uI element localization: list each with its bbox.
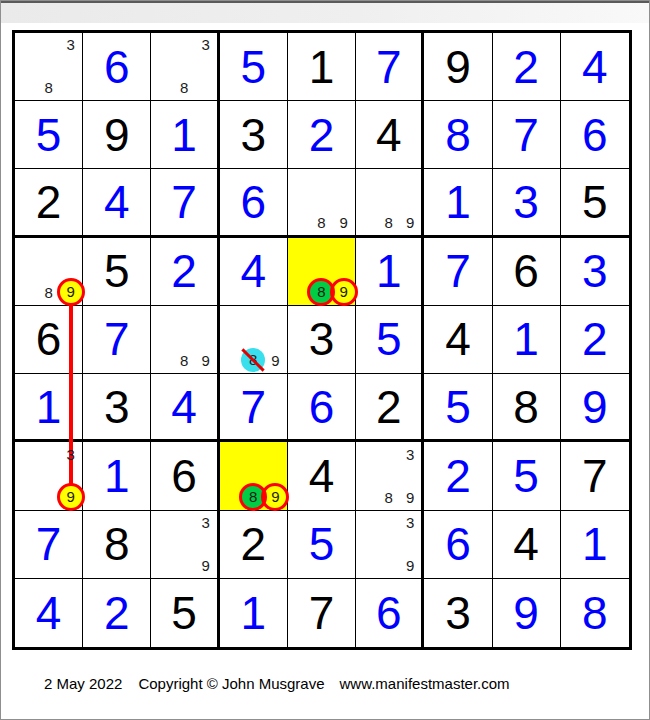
solved-digit: 6 <box>288 374 355 439</box>
given-digit: 1 <box>288 33 355 100</box>
cell-r7c3[interactable]: 6 <box>151 442 219 510</box>
candidate-9: 9 <box>201 557 209 572</box>
cell-r9c7[interactable]: 3 <box>424 579 492 647</box>
cell-r1c4[interactable]: 5 <box>220 33 288 101</box>
given-digit: 2 <box>220 511 287 578</box>
cell-r6c7[interactable]: 5 <box>424 374 492 442</box>
cell-r5c3[interactable]: 89 <box>151 306 219 374</box>
cell-r4c6[interactable]: 1 <box>356 238 424 306</box>
solved-digit: 1 <box>561 511 629 578</box>
given-digit: 3 <box>288 306 355 373</box>
solved-digit: 5 <box>220 33 287 100</box>
candidate-3: 3 <box>67 446 75 461</box>
cell-r6c3[interactable]: 4 <box>151 374 219 442</box>
cell-r1c6[interactable]: 7 <box>356 33 424 101</box>
solved-digit: 7 <box>220 374 287 439</box>
cell-r7c2[interactable]: 1 <box>83 442 151 510</box>
cell-r9c9[interactable]: 8 <box>561 579 629 647</box>
candidate-8: 8 <box>180 80 188 95</box>
cell-r7c9[interactable]: 7 <box>561 442 629 510</box>
cell-r8c1[interactable]: 7 <box>15 511 83 579</box>
cell-r5c8[interactable]: 1 <box>493 306 561 374</box>
given-digit: 4 <box>424 306 491 373</box>
cell-r6c8[interactable]: 8 <box>493 374 561 442</box>
given-digit: 9 <box>83 101 150 168</box>
candidate-9-ring-yellow: 9 <box>57 483 85 511</box>
given-digit: 3 <box>220 101 287 168</box>
cell-r2c8[interactable]: 7 <box>493 101 561 169</box>
candidate-3: 3 <box>406 446 414 461</box>
solved-digit: 2 <box>83 579 150 647</box>
given-digit: 4 <box>288 442 355 509</box>
footer-copyright: Copyright © John Musgrave <box>138 675 324 692</box>
cell-r2c4[interactable]: 3 <box>220 101 288 169</box>
candidate-9: 9 <box>406 557 414 572</box>
solved-digit: 5 <box>356 306 421 373</box>
cell-r8c6[interactable]: 39 <box>356 511 424 579</box>
cell-r5c6[interactable]: 5 <box>356 306 424 374</box>
cell-r3c5[interactable]: 89 <box>288 169 356 237</box>
cell-r9c4[interactable]: 1 <box>220 579 288 647</box>
solved-digit: 7 <box>356 33 421 100</box>
given-digit: 7 <box>288 579 355 647</box>
solved-digit: 5 <box>15 101 82 168</box>
solved-digit: 2 <box>561 306 629 373</box>
cell-r5c5[interactable]: 3 <box>288 306 356 374</box>
candidate-8: 8 <box>180 353 188 368</box>
solved-digit: 6 <box>561 101 629 168</box>
cell-r2c7[interactable]: 8 <box>424 101 492 169</box>
candidate-8: 8 <box>385 489 393 504</box>
cell-r8c7[interactable]: 6 <box>424 511 492 579</box>
cell-r4c8[interactable]: 6 <box>493 238 561 306</box>
cell-r8c4[interactable]: 2 <box>220 511 288 579</box>
candidate-3: 3 <box>67 37 75 52</box>
cell-r5c2[interactable]: 7 <box>83 306 151 374</box>
cell-r1c7[interactable]: 9 <box>424 33 492 101</box>
cell-r1c8[interactable]: 2 <box>493 33 561 101</box>
cell-r8c3[interactable]: 39 <box>151 511 219 579</box>
cell-r3c3[interactable]: 7 <box>151 169 219 237</box>
solved-digit: 9 <box>493 579 560 647</box>
given-digit: 2 <box>15 169 82 234</box>
candidate-9: 9 <box>271 353 279 368</box>
solved-digit: 7 <box>15 511 82 578</box>
cell-r2c1[interactable]: 5 <box>15 101 83 169</box>
cell-r4c4[interactable]: 4 <box>220 238 288 306</box>
given-digit: 8 <box>493 374 560 439</box>
solved-digit: 2 <box>288 101 355 168</box>
cell-r6c9[interactable]: 9 <box>561 374 629 442</box>
cell-r8c5[interactable]: 5 <box>288 511 356 579</box>
given-digit: 7 <box>561 442 629 509</box>
cell-r3c8[interactable]: 3 <box>493 169 561 237</box>
candidate-8: 8 <box>44 285 52 300</box>
solved-digit: 7 <box>83 306 150 373</box>
footer-website[interactable]: www.manifestmaster.com <box>340 675 510 692</box>
cell-r1c5[interactable]: 1 <box>288 33 356 101</box>
cell-r9c8[interactable]: 9 <box>493 579 561 647</box>
candidate-9: 9 <box>340 215 348 230</box>
cell-r8c2[interactable]: 8 <box>83 511 151 579</box>
candidate-9: 9 <box>406 489 414 504</box>
given-digit: 3 <box>83 374 150 439</box>
candidate-8-cyan: 8 <box>241 348 265 372</box>
solved-digit: 1 <box>424 169 491 234</box>
cell-r2c6[interactable]: 4 <box>356 101 424 169</box>
cell-r6c4[interactable]: 7 <box>220 374 288 442</box>
solved-digit: 5 <box>493 442 560 509</box>
cell-r6c5[interactable]: 6 <box>288 374 356 442</box>
cell-r6c6[interactable]: 2 <box>356 374 424 442</box>
solved-digit: 1 <box>220 579 287 647</box>
given-digit: 6 <box>151 442 216 509</box>
cell-r3c2[interactable]: 4 <box>83 169 151 237</box>
cell-r4c1[interactable]: 89 <box>15 238 83 306</box>
solved-digit: 4 <box>15 579 82 647</box>
cell-r7c7[interactable]: 2 <box>424 442 492 510</box>
solved-digit: 6 <box>83 33 150 100</box>
solved-digit: 3 <box>493 169 560 234</box>
page: 3863851792459132487624768989135895248917… <box>0 0 650 720</box>
solved-digit: 6 <box>424 511 491 578</box>
cell-r1c2[interactable]: 6 <box>83 33 151 101</box>
given-digit: 3 <box>424 579 491 647</box>
cell-r3c9[interactable]: 5 <box>561 169 629 237</box>
cell-r3c7[interactable]: 1 <box>424 169 492 237</box>
candidate-9-ring-yellow: 9 <box>57 278 85 306</box>
cell-r2c5[interactable]: 2 <box>288 101 356 169</box>
cell-r4c3[interactable]: 2 <box>151 238 219 306</box>
candidate-3: 3 <box>201 37 209 52</box>
cell-r4c2[interactable]: 5 <box>83 238 151 306</box>
given-digit: 5 <box>83 238 150 305</box>
solved-digit: 8 <box>561 579 629 647</box>
sudoku-board: 3863851792459132487624768989135895248917… <box>12 30 632 650</box>
candidate-9: 9 <box>406 215 414 230</box>
solved-digit: 5 <box>288 511 355 578</box>
cell-r3c1[interactable]: 2 <box>15 169 83 237</box>
solved-digit: 7 <box>493 101 560 168</box>
solved-digit: 4 <box>561 33 629 100</box>
solved-digit: 2 <box>493 33 560 100</box>
given-digit: 8 <box>83 511 150 578</box>
cell-r1c1[interactable]: 38 <box>15 33 83 101</box>
cell-r9c6[interactable]: 6 <box>356 579 424 647</box>
cell-r2c2[interactable]: 9 <box>83 101 151 169</box>
cell-r4c7[interactable]: 7 <box>424 238 492 306</box>
cell-r2c9[interactable]: 6 <box>561 101 629 169</box>
solved-digit: 1 <box>493 306 560 373</box>
cell-r5c7[interactable]: 4 <box>424 306 492 374</box>
cell-r8c9[interactable]: 1 <box>561 511 629 579</box>
solved-digit: 4 <box>83 169 150 234</box>
cell-r7c5[interactable]: 4 <box>288 442 356 510</box>
cell-r1c3[interactable]: 38 <box>151 33 219 101</box>
candidate-9-ring: 9 <box>330 278 358 306</box>
solved-digit: 7 <box>151 169 216 234</box>
solved-digit: 6 <box>356 579 421 647</box>
cell-r3c6[interactable]: 89 <box>356 169 424 237</box>
given-digit: 4 <box>493 511 560 578</box>
given-digit: 6 <box>493 238 560 305</box>
cell-r5c4[interactable]: 89 <box>220 306 288 374</box>
candidate-3: 3 <box>406 514 414 529</box>
chain-link-line <box>69 292 73 498</box>
solved-digit: 6 <box>220 169 287 234</box>
cell-r2c3[interactable]: 1 <box>151 101 219 169</box>
given-digit: 2 <box>356 374 421 439</box>
cell-r8c8[interactable]: 4 <box>493 511 561 579</box>
cell-r6c2[interactable]: 3 <box>83 374 151 442</box>
solved-digit: 2 <box>151 238 216 305</box>
solved-digit: 4 <box>151 374 216 439</box>
cell-r7c8[interactable]: 5 <box>493 442 561 510</box>
cell-r9c3[interactable]: 5 <box>151 579 219 647</box>
solved-digit: 5 <box>424 374 491 439</box>
solved-digit: 1 <box>83 442 150 509</box>
cell-r9c5[interactable]: 7 <box>288 579 356 647</box>
candidate-8: 8 <box>44 80 52 95</box>
solved-digit: 9 <box>561 374 629 439</box>
candidate-8: 8 <box>385 215 393 230</box>
candidate-9: 9 <box>201 353 209 368</box>
solved-digit: 1 <box>151 101 216 168</box>
window-top-bar <box>1 1 649 23</box>
solved-digit: 4 <box>220 238 287 305</box>
cell-r3c4[interactable]: 6 <box>220 169 288 237</box>
cell-r7c4[interactable]: 89 <box>220 442 288 510</box>
given-digit: 9 <box>424 33 491 100</box>
candidate-8: 8 <box>317 215 325 230</box>
footer-credit: 2 May 2022Copyright © John Musgravewww.m… <box>44 675 510 692</box>
solved-digit: 1 <box>356 238 421 305</box>
solved-digit: 8 <box>424 101 491 168</box>
cell-r7c6[interactable]: 389 <box>356 442 424 510</box>
cell-r9c2[interactable]: 2 <box>83 579 151 647</box>
solved-digit: 3 <box>561 238 629 305</box>
cell-r4c5[interactable]: 89 <box>288 238 356 306</box>
candidate-3: 3 <box>201 514 209 529</box>
cell-r5c9[interactable]: 2 <box>561 306 629 374</box>
solved-digit: 7 <box>424 238 491 305</box>
given-digit: 5 <box>151 579 216 647</box>
footer-date: 2 May 2022 <box>44 675 122 692</box>
cell-r1c9[interactable]: 4 <box>561 33 629 101</box>
cell-r9c1[interactable]: 4 <box>15 579 83 647</box>
candidate-9-ring: 9 <box>261 483 289 511</box>
solved-digit: 2 <box>424 442 491 509</box>
cell-r4c9[interactable]: 3 <box>561 238 629 306</box>
given-digit: 4 <box>356 101 421 168</box>
given-digit: 5 <box>561 169 629 234</box>
